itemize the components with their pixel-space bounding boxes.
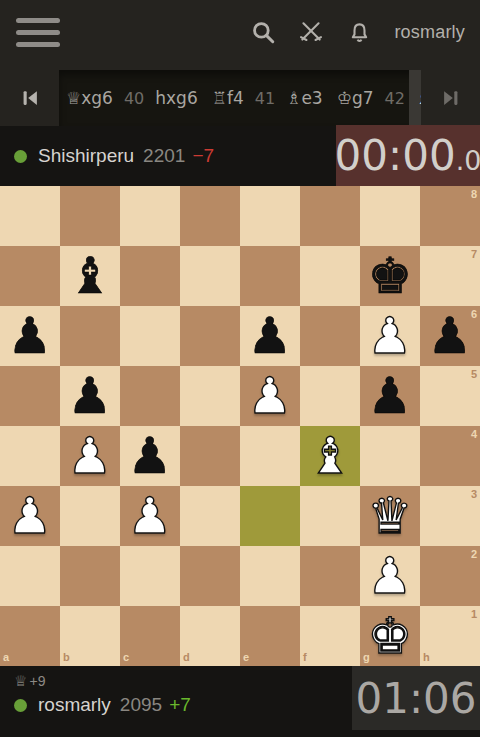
black-pawn[interactable]: ♟ bbox=[8, 311, 53, 361]
top-clock: 00:00 .0 bbox=[336, 125, 480, 186]
bottom-clock: 01:06 bbox=[352, 666, 480, 730]
chess-board: 8♝♚7♟♟♟6♟♟♟♟5♟♟♝4♟♟♛3♟2abcdefg♚h1 bbox=[0, 186, 480, 666]
top-clock-time: 00:00 bbox=[335, 131, 456, 180]
square-b5[interactable]: ♟ bbox=[60, 366, 120, 426]
square-h2[interactable]: 2 bbox=[420, 546, 480, 606]
black-pawn[interactable]: ♟ bbox=[428, 311, 473, 361]
square-b7[interactable]: ♝ bbox=[60, 246, 120, 306]
square-e4[interactable] bbox=[240, 426, 300, 486]
square-h6[interactable]: 6♟ bbox=[420, 306, 480, 366]
square-e8[interactable] bbox=[240, 186, 300, 246]
file-label-f: f bbox=[303, 652, 307, 663]
square-h8[interactable]: 8 bbox=[420, 186, 480, 246]
square-a4[interactable] bbox=[0, 426, 60, 486]
white-queen[interactable]: ♛ bbox=[368, 491, 413, 541]
white-bishop[interactable]: ♝ bbox=[308, 431, 353, 481]
square-a1[interactable]: a bbox=[0, 606, 60, 666]
square-g2[interactable]: ♟ bbox=[360, 546, 420, 606]
square-f6[interactable] bbox=[300, 306, 360, 366]
square-c6[interactable] bbox=[120, 306, 180, 366]
square-g3[interactable]: ♛ bbox=[360, 486, 420, 546]
rank-label-2: 2 bbox=[471, 549, 477, 560]
move-number: 40 bbox=[120, 70, 148, 126]
square-g8[interactable] bbox=[360, 186, 420, 246]
square-e6[interactable]: ♟ bbox=[240, 306, 300, 366]
file-label-e: e bbox=[243, 652, 249, 663]
move-bar: ♕xg640hxg6♖f441♗e3♔g742♗xf41-0 bbox=[0, 70, 480, 126]
square-f8[interactable] bbox=[300, 186, 360, 246]
square-c4[interactable]: ♟ bbox=[120, 426, 180, 486]
rank-label-7: 7 bbox=[471, 249, 477, 260]
square-c2[interactable] bbox=[120, 546, 180, 606]
square-a8[interactable] bbox=[0, 186, 60, 246]
square-a5[interactable] bbox=[0, 366, 60, 426]
square-b1[interactable]: b bbox=[60, 606, 120, 666]
rank-label-5: 5 bbox=[471, 369, 477, 380]
square-c1[interactable]: c bbox=[120, 606, 180, 666]
white-pawn[interactable]: ♟ bbox=[8, 491, 53, 541]
square-a7[interactable] bbox=[0, 246, 60, 306]
square-c7[interactable] bbox=[120, 246, 180, 306]
white-pawn[interactable]: ♟ bbox=[368, 551, 413, 601]
file-label-a: a bbox=[3, 652, 9, 663]
square-g6[interactable]: ♟ bbox=[360, 306, 420, 366]
top-clock-tenths: .0 bbox=[456, 145, 480, 176]
square-h4[interactable]: 4 bbox=[420, 426, 480, 486]
move[interactable]: ♔g7 bbox=[330, 70, 381, 126]
square-e1[interactable]: e bbox=[240, 606, 300, 666]
square-a6[interactable]: ♟ bbox=[0, 306, 60, 366]
black-bishop[interactable]: ♝ bbox=[68, 251, 113, 301]
bottom-player-name[interactable]: rosmarly bbox=[38, 694, 111, 716]
rank-label-1: 1 bbox=[471, 609, 477, 620]
square-d7[interactable] bbox=[180, 246, 240, 306]
black-king[interactable]: ♚ bbox=[368, 251, 413, 301]
rank-label-8: 8 bbox=[471, 189, 477, 200]
move-list: ♕xg640hxg6♖f441♗e3♔g742♗xf41-0 bbox=[59, 70, 421, 126]
move[interactable]: ♗e3 bbox=[279, 70, 330, 126]
move[interactable]: ♗xf4 bbox=[409, 70, 421, 126]
skip-to-start-button[interactable] bbox=[0, 70, 59, 126]
square-d8[interactable] bbox=[180, 186, 240, 246]
square-f4[interactable]: ♝ bbox=[300, 426, 360, 486]
square-b6[interactable] bbox=[60, 306, 120, 366]
skip-to-end-button[interactable] bbox=[421, 70, 480, 126]
bottom-player-rating: 2095 bbox=[120, 694, 162, 716]
square-d5[interactable] bbox=[180, 366, 240, 426]
square-a2[interactable] bbox=[0, 546, 60, 606]
file-label-b: b bbox=[63, 652, 70, 663]
square-e7[interactable] bbox=[240, 246, 300, 306]
square-b3[interactable] bbox=[60, 486, 120, 546]
square-e5[interactable]: ♟ bbox=[240, 366, 300, 426]
top-player-name[interactable]: Shishirperu bbox=[38, 145, 134, 167]
square-c5[interactable] bbox=[120, 366, 180, 426]
square-d1[interactable]: d bbox=[180, 606, 240, 666]
square-g1[interactable]: g♚ bbox=[360, 606, 420, 666]
square-b8[interactable] bbox=[60, 186, 120, 246]
black-pawn[interactable]: ♟ bbox=[248, 311, 293, 361]
square-f2[interactable] bbox=[300, 546, 360, 606]
square-a3[interactable]: ♟ bbox=[0, 486, 60, 546]
move-number: 42 bbox=[381, 70, 409, 126]
white-pawn[interactable]: ♟ bbox=[68, 431, 113, 481]
square-b4[interactable]: ♟ bbox=[60, 426, 120, 486]
file-label-d: d bbox=[183, 652, 190, 663]
bottom-player-rating-diff: +7 bbox=[169, 694, 191, 716]
menu-icon[interactable] bbox=[16, 18, 60, 47]
move[interactable]: ♖f4 bbox=[205, 70, 251, 126]
move-number: 41 bbox=[251, 70, 279, 126]
bottom-clock-time: 01:06 bbox=[355, 674, 476, 723]
square-d4[interactable] bbox=[180, 426, 240, 486]
white-pawn[interactable]: ♟ bbox=[368, 311, 413, 361]
square-h7[interactable]: 7 bbox=[420, 246, 480, 306]
material-value: +9 bbox=[29, 673, 45, 689]
square-c8[interactable] bbox=[120, 186, 180, 246]
white-pawn[interactable]: ♟ bbox=[248, 371, 293, 421]
square-g4[interactable] bbox=[360, 426, 420, 486]
square-h1[interactable]: h1 bbox=[420, 606, 480, 666]
square-d3[interactable] bbox=[180, 486, 240, 546]
square-b2[interactable] bbox=[60, 546, 120, 606]
square-f1[interactable]: f bbox=[300, 606, 360, 666]
square-g7[interactable]: ♚ bbox=[360, 246, 420, 306]
file-label-h: h bbox=[423, 652, 430, 663]
square-g5[interactable]: ♟ bbox=[360, 366, 420, 426]
header: rosmarly bbox=[0, 0, 480, 70]
online-indicator bbox=[14, 699, 27, 712]
white-king[interactable]: ♚ bbox=[368, 611, 413, 661]
square-d6[interactable] bbox=[180, 306, 240, 366]
square-e2[interactable] bbox=[240, 546, 300, 606]
square-h5[interactable]: 5 bbox=[420, 366, 480, 426]
square-c3[interactable]: ♟ bbox=[120, 486, 180, 546]
move[interactable]: hxg6 bbox=[148, 70, 204, 126]
black-pawn[interactable]: ♟ bbox=[68, 371, 113, 421]
top-player-rating: 2201 bbox=[143, 145, 185, 167]
black-pawn[interactable]: ♟ bbox=[128, 431, 173, 481]
square-f3[interactable] bbox=[300, 486, 360, 546]
search-icon[interactable] bbox=[250, 19, 276, 45]
square-e3[interactable] bbox=[240, 486, 300, 546]
white-pawn[interactable]: ♟ bbox=[128, 491, 173, 541]
move[interactable]: ♕xg6 bbox=[59, 70, 120, 126]
black-pawn[interactable]: ♟ bbox=[368, 371, 413, 421]
queen-icon: ♕ bbox=[14, 672, 27, 690]
bottom-player-bar: ♕ +9 rosmarly 2095 +7 01:06 bbox=[0, 666, 480, 737]
chess-app: rosmarly ♕xg640hxg6♖f441♗e3♔g742♗xf41-0 … bbox=[0, 0, 480, 737]
online-indicator bbox=[14, 150, 27, 163]
rank-label-4: 4 bbox=[471, 429, 477, 440]
rank-label-3: 3 bbox=[471, 489, 477, 500]
square-d2[interactable] bbox=[180, 546, 240, 606]
square-h3[interactable]: 3 bbox=[420, 486, 480, 546]
top-player-bar: Shishirperu 2201 −7 00:00 .0 bbox=[0, 126, 480, 186]
square-f5[interactable] bbox=[300, 366, 360, 426]
square-f7[interactable] bbox=[300, 246, 360, 306]
bell-icon[interactable] bbox=[346, 19, 372, 45]
top-player-rating-diff: −7 bbox=[192, 145, 214, 167]
file-label-c: c bbox=[123, 652, 129, 663]
header-username[interactable]: rosmarly bbox=[394, 22, 465, 43]
crossed-swords-icon[interactable] bbox=[298, 19, 324, 45]
